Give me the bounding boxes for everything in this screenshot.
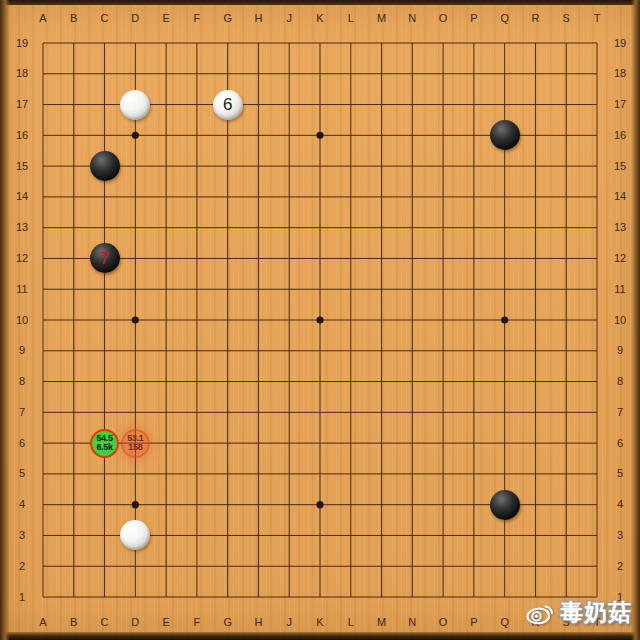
row-label-left: 1 [11, 591, 33, 604]
column-label-bottom: B [63, 616, 85, 629]
column-label-bottom: G [217, 616, 239, 629]
weibo-logo-icon [525, 600, 555, 625]
row-label-left: 10 [11, 314, 33, 327]
watermark-text: 毒奶菇 [560, 597, 632, 628]
stone-black[interactable] [490, 490, 520, 520]
row-label-left: 17 [11, 98, 33, 111]
stone-white[interactable]: 6 [213, 90, 243, 120]
column-label-top: Q [494, 12, 516, 25]
column-label-top: N [401, 12, 423, 25]
column-label-top: D [124, 12, 146, 25]
row-label-left: 2 [11, 560, 33, 573]
column-label-top: R [524, 12, 546, 25]
row-label-right: 10 [609, 314, 631, 327]
row-label-right: 19 [609, 37, 631, 50]
row-label-right: 18 [609, 67, 631, 80]
row-label-right: 6 [609, 437, 631, 450]
column-label-bottom: J [278, 616, 300, 629]
column-label-top: C [94, 12, 116, 25]
row-label-left: 15 [11, 160, 33, 173]
column-label-bottom: O [432, 616, 454, 629]
row-label-left: 5 [11, 467, 33, 480]
row-label-left: 13 [11, 221, 33, 234]
column-label-top: F [186, 12, 208, 25]
column-label-top: B [63, 12, 85, 25]
row-label-right: 15 [609, 160, 631, 173]
row-label-left: 9 [11, 344, 33, 357]
row-label-right: 5 [609, 467, 631, 480]
row-label-left: 7 [11, 406, 33, 419]
column-label-bottom: F [186, 616, 208, 629]
row-label-right: 14 [609, 190, 631, 203]
column-label-top: J [278, 12, 300, 25]
column-label-top: S [555, 12, 577, 25]
column-label-top: L [340, 12, 362, 25]
row-label-right: 13 [609, 221, 631, 234]
column-label-top: K [309, 12, 331, 25]
row-label-right: 3 [609, 529, 631, 542]
row-label-left: 19 [11, 37, 33, 50]
row-label-right: 11 [609, 283, 631, 296]
column-label-top: A [32, 12, 54, 25]
stone-black[interactable] [90, 151, 120, 181]
stone-black[interactable] [490, 120, 520, 150]
move-number-label: 7 [100, 250, 109, 267]
row-label-right: 17 [609, 98, 631, 111]
column-label-bottom: Q [494, 616, 516, 629]
row-label-right: 8 [609, 375, 631, 388]
suggestion-visits: 6.5k [96, 443, 112, 453]
board-grid [0, 0, 640, 640]
column-label-top: O [432, 12, 454, 25]
analysis-suggestion-best[interactable]: 54.56.5k [90, 429, 119, 458]
row-label-left: 11 [11, 283, 33, 296]
star-point [316, 501, 323, 508]
column-label-bottom: L [340, 616, 362, 629]
column-label-top: T [586, 12, 608, 25]
star-point [316, 132, 323, 139]
row-label-right: 12 [609, 252, 631, 265]
row-label-left: 16 [11, 129, 33, 142]
row-label-left: 3 [11, 529, 33, 542]
column-label-top: H [247, 12, 269, 25]
row-label-left: 6 [11, 437, 33, 450]
row-label-left: 4 [11, 498, 33, 511]
stone-white[interactable] [120, 90, 150, 120]
row-label-left: 12 [11, 252, 33, 265]
row-label-right: 16 [609, 129, 631, 142]
row-label-left: 8 [11, 375, 33, 388]
row-label-right: 9 [609, 344, 631, 357]
watermark: 毒奶菇 [525, 597, 632, 628]
column-label-bottom: E [155, 616, 177, 629]
column-label-top: M [371, 12, 393, 25]
row-label-right: 4 [609, 498, 631, 511]
column-label-top: G [217, 12, 239, 25]
stone-black[interactable]: 7 [90, 243, 120, 273]
column-label-bottom: A [32, 616, 54, 629]
star-point [132, 501, 139, 508]
column-label-bottom: M [371, 616, 393, 629]
column-label-bottom: K [309, 616, 331, 629]
star-point [132, 132, 139, 139]
star-point [316, 316, 323, 323]
column-label-bottom: D [124, 616, 146, 629]
column-label-bottom: P [463, 616, 485, 629]
star-point [132, 316, 139, 323]
column-label-top: E [155, 12, 177, 25]
column-label-bottom: C [94, 616, 116, 629]
column-label-top: P [463, 12, 485, 25]
column-label-bottom: H [247, 616, 269, 629]
suggestion-visits: 158 [128, 443, 142, 453]
column-label-bottom: N [401, 616, 423, 629]
row-label-left: 14 [11, 190, 33, 203]
analysis-suggestion-candidate[interactable]: 53.1158 [121, 429, 150, 458]
star-point [501, 316, 508, 323]
move-number-label: 6 [223, 96, 232, 113]
row-label-right: 2 [609, 560, 631, 573]
row-label-left: 18 [11, 67, 33, 80]
row-label-right: 7 [609, 406, 631, 419]
go-board[interactable]: ABCDEFGHJKLMNOPQRST ABCDEFGHJKLMNOPQRST … [0, 0, 640, 640]
